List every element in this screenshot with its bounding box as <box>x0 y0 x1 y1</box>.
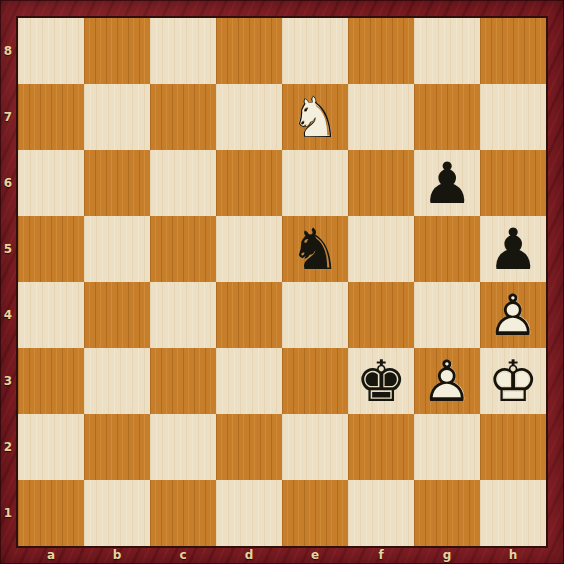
square-g4[interactable] <box>414 282 480 348</box>
square-h7[interactable] <box>480 84 546 150</box>
square-a6[interactable] <box>18 150 84 216</box>
chessboard-frame: ♞♘♟♞♟♟♙♚♟♙♚♔ 87654321abcdefgh <box>0 0 564 564</box>
square-d5[interactable] <box>216 216 282 282</box>
square-g8[interactable] <box>414 18 480 84</box>
square-d7[interactable] <box>216 84 282 150</box>
square-c3[interactable] <box>150 348 216 414</box>
black-king[interactable]: ♚ <box>348 348 414 414</box>
piece-glyph: ♟ <box>414 150 480 216</box>
piece-outline-layer: ♔ <box>480 348 546 414</box>
piece-outline-layer: ♘ <box>282 84 348 150</box>
rank-label-2: 2 <box>0 414 16 480</box>
piece-outline-layer: ♙ <box>480 282 546 348</box>
square-a4[interactable] <box>18 282 84 348</box>
square-h1[interactable] <box>480 480 546 546</box>
square-c2[interactable] <box>150 414 216 480</box>
square-g7[interactable] <box>414 84 480 150</box>
piece-glyph: ♚ <box>348 348 414 414</box>
rank-label-3: 3 <box>0 348 16 414</box>
rank-label-6: 6 <box>0 150 16 216</box>
file-label-e: e <box>282 548 348 564</box>
square-a3[interactable] <box>18 348 84 414</box>
square-h8[interactable] <box>480 18 546 84</box>
square-d4[interactable] <box>216 282 282 348</box>
square-e2[interactable] <box>282 414 348 480</box>
file-label-b: b <box>84 548 150 564</box>
square-b1[interactable] <box>84 480 150 546</box>
square-f1[interactable] <box>348 480 414 546</box>
square-b4[interactable] <box>84 282 150 348</box>
square-h4[interactable]: ♟♙ <box>480 282 546 348</box>
square-d1[interactable] <box>216 480 282 546</box>
piece-glyph: ♟ <box>480 216 546 282</box>
square-c5[interactable] <box>150 216 216 282</box>
white-pawn[interactable]: ♟♙ <box>480 282 546 348</box>
square-d2[interactable] <box>216 414 282 480</box>
square-f5[interactable] <box>348 216 414 282</box>
square-a2[interactable] <box>18 414 84 480</box>
white-pawn[interactable]: ♟♙ <box>414 348 480 414</box>
square-h3[interactable]: ♚♔ <box>480 348 546 414</box>
square-f7[interactable] <box>348 84 414 150</box>
square-c7[interactable] <box>150 84 216 150</box>
rank-label-1: 1 <box>0 480 16 546</box>
square-g5[interactable] <box>414 216 480 282</box>
square-c1[interactable] <box>150 480 216 546</box>
square-h5[interactable]: ♟ <box>480 216 546 282</box>
square-g3[interactable]: ♟♙ <box>414 348 480 414</box>
square-c6[interactable] <box>150 150 216 216</box>
white-king[interactable]: ♚♔ <box>480 348 546 414</box>
square-b5[interactable] <box>84 216 150 282</box>
square-b3[interactable] <box>84 348 150 414</box>
square-g1[interactable] <box>414 480 480 546</box>
piece-glyph: ♞ <box>282 216 348 282</box>
file-label-f: f <box>348 548 414 564</box>
square-a1[interactable] <box>18 480 84 546</box>
square-f2[interactable] <box>348 414 414 480</box>
square-g2[interactable] <box>414 414 480 480</box>
square-d8[interactable] <box>216 18 282 84</box>
square-c8[interactable] <box>150 18 216 84</box>
square-b7[interactable] <box>84 84 150 150</box>
square-a5[interactable] <box>18 216 84 282</box>
square-e5[interactable]: ♞ <box>282 216 348 282</box>
square-e6[interactable] <box>282 150 348 216</box>
square-e4[interactable] <box>282 282 348 348</box>
square-h6[interactable] <box>480 150 546 216</box>
rank-label-8: 8 <box>0 18 16 84</box>
square-e7[interactable]: ♞♘ <box>282 84 348 150</box>
square-c4[interactable] <box>150 282 216 348</box>
file-label-g: g <box>414 548 480 564</box>
square-b2[interactable] <box>84 414 150 480</box>
file-label-d: d <box>216 548 282 564</box>
square-a7[interactable] <box>18 84 84 150</box>
square-f8[interactable] <box>348 18 414 84</box>
board: ♞♘♟♞♟♟♙♚♟♙♚♔ <box>16 16 548 548</box>
square-e8[interactable] <box>282 18 348 84</box>
square-f6[interactable] <box>348 150 414 216</box>
rank-label-5: 5 <box>0 216 16 282</box>
square-h2[interactable] <box>480 414 546 480</box>
square-e1[interactable] <box>282 480 348 546</box>
file-label-a: a <box>18 548 84 564</box>
piece-outline-layer: ♙ <box>414 348 480 414</box>
file-label-c: c <box>150 548 216 564</box>
rank-label-7: 7 <box>0 84 16 150</box>
square-d6[interactable] <box>216 150 282 216</box>
black-pawn[interactable]: ♟ <box>480 216 546 282</box>
square-b6[interactable] <box>84 150 150 216</box>
file-label-h: h <box>480 548 546 564</box>
black-pawn[interactable]: ♟ <box>414 150 480 216</box>
square-f3[interactable]: ♚ <box>348 348 414 414</box>
rank-label-4: 4 <box>0 282 16 348</box>
square-g6[interactable]: ♟ <box>414 150 480 216</box>
square-b8[interactable] <box>84 18 150 84</box>
white-knight[interactable]: ♞♘ <box>282 84 348 150</box>
square-a8[interactable] <box>18 18 84 84</box>
black-knight[interactable]: ♞ <box>282 216 348 282</box>
square-d3[interactable] <box>216 348 282 414</box>
square-e3[interactable] <box>282 348 348 414</box>
square-f4[interactable] <box>348 282 414 348</box>
